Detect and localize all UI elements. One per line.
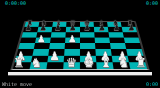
piece-white-knight[interactable]: ♞ xyxy=(115,57,132,70)
piece-black-pawn[interactable]: ♟ xyxy=(37,24,49,32)
piece-black-pawn[interactable]: ♟ xyxy=(67,24,79,32)
square-h4[interactable] xyxy=(125,43,142,49)
square-f6[interactable] xyxy=(94,32,109,37)
square-e6[interactable] xyxy=(80,32,95,37)
piece-white-knight[interactable]: ♞ xyxy=(28,57,45,70)
piece-white-bishop[interactable]: ♝ xyxy=(98,57,115,70)
piece-white-pawn[interactable]: ♟ xyxy=(66,34,79,43)
piece-black-pawn[interactable]: ♟ xyxy=(111,24,123,32)
square-h5[interactable] xyxy=(124,37,140,43)
status-line: White move xyxy=(2,82,32,87)
piece-white-pawn[interactable]: ♟ xyxy=(34,34,47,43)
piece-black-pawn[interactable]: ♟ xyxy=(52,24,64,32)
piece-black-pawn[interactable]: ♟ xyxy=(81,24,93,32)
piece-white-queen[interactable]: ♛ xyxy=(63,57,80,70)
chess-app-screen: 0:00:00 0:00 ♜♞♝♛♚♝♞♜♟♟♟♟♟♟♟♟♟♟♟♟♟♟♟♟♜♞♛… xyxy=(0,0,160,88)
square-g4[interactable] xyxy=(110,43,126,49)
move-counter: 0:00 xyxy=(146,82,158,87)
piece-white-rook[interactable]: ♜ xyxy=(11,57,28,70)
square-c6[interactable] xyxy=(51,32,66,37)
square-f4[interactable] xyxy=(95,43,111,49)
board-front-shadow xyxy=(8,75,152,76)
piece-white-king[interactable]: ♚ xyxy=(80,57,97,70)
piece-white-rook[interactable]: ♜ xyxy=(133,57,150,70)
square-c1[interactable] xyxy=(46,62,63,69)
piece-black-pawn[interactable]: ♟ xyxy=(126,24,138,32)
piece-white-pawn[interactable]: ♟ xyxy=(47,51,63,63)
square-c5[interactable] xyxy=(50,37,65,43)
white-clock: 0:00 xyxy=(146,1,158,6)
square-e4[interactable] xyxy=(80,43,95,49)
square-h6[interactable] xyxy=(123,32,139,37)
square-a4[interactable] xyxy=(18,43,35,49)
square-d3[interactable] xyxy=(64,49,80,55)
square-e5[interactable] xyxy=(80,37,95,43)
piece-black-pawn[interactable]: ♟ xyxy=(96,24,108,32)
square-f5[interactable] xyxy=(95,37,110,43)
piece-black-pawn[interactable]: ♟ xyxy=(23,24,35,32)
square-g6[interactable] xyxy=(109,32,124,37)
black-clock: 0:00:00 xyxy=(5,1,26,6)
square-g5[interactable] xyxy=(109,37,125,43)
square-c4[interactable] xyxy=(49,43,65,49)
board-front-edge xyxy=(8,71,152,75)
